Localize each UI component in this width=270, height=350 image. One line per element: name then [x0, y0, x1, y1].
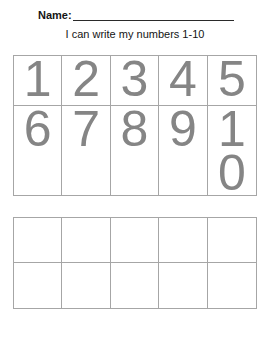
- number-cell-2: 2: [62, 56, 110, 106]
- practice-cell: [208, 263, 256, 308]
- practice-cell: [111, 263, 159, 308]
- practice-cell: [208, 218, 256, 263]
- practice-grid: [13, 217, 257, 309]
- worksheet-title: I can write my numbers 1-10: [0, 28, 270, 40]
- practice-cell: [111, 218, 159, 263]
- number-cell-1: 1: [14, 56, 62, 106]
- number-cell-4: 4: [159, 56, 207, 106]
- number-cell-5: 5: [208, 56, 256, 106]
- number-cell-10: 10: [208, 106, 256, 195]
- name-label: Name:: [38, 9, 72, 21]
- number-cell-6: 6: [14, 106, 62, 195]
- practice-cell: [159, 263, 207, 308]
- number-cell-7: 7: [62, 106, 110, 195]
- practice-cell: [159, 218, 207, 263]
- practice-cell: [14, 218, 62, 263]
- number-cell-8: 8: [111, 106, 159, 195]
- name-write-line: [73, 9, 234, 21]
- name-row: Name:: [38, 9, 234, 25]
- number-cell-3: 3: [111, 56, 159, 106]
- practice-cell: [62, 263, 110, 308]
- number-cell-9: 9: [159, 106, 207, 195]
- practice-cell: [62, 218, 110, 263]
- number-grid: 1 2 3 4 5 6 7 8 9 10: [13, 55, 257, 196]
- practice-cell: [14, 263, 62, 308]
